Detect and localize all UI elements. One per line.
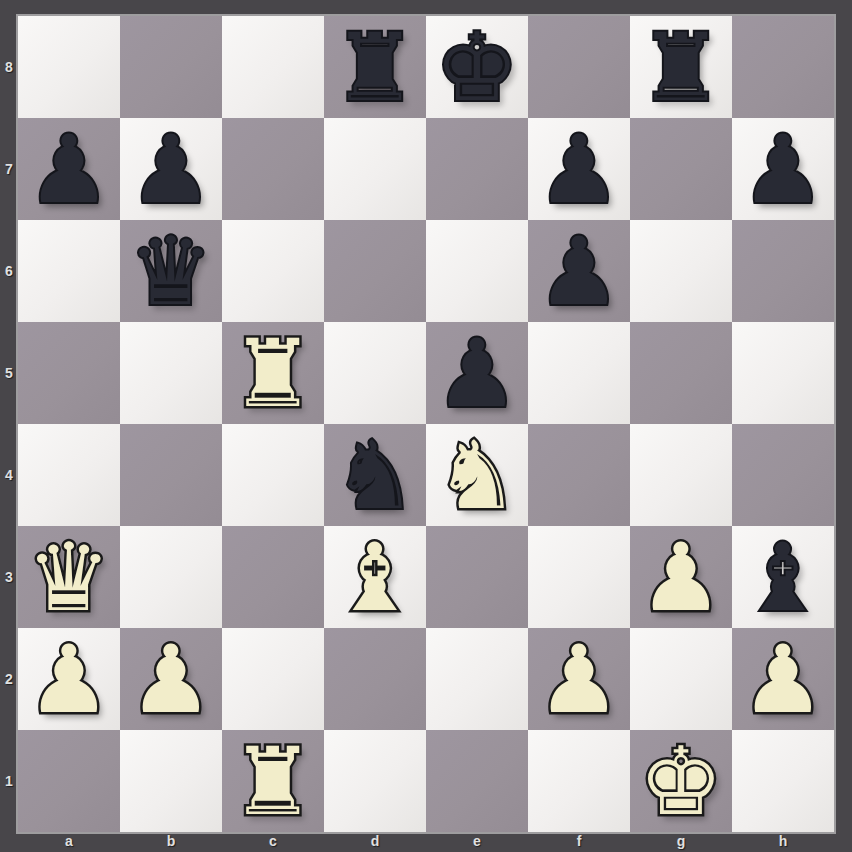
square-g8[interactable]: ♜︎♜︎: [630, 16, 732, 118]
square-g1[interactable]: ♚︎♚︎: [630, 730, 732, 832]
white-pawn-icon[interactable]: ♟︎♟︎: [630, 526, 732, 628]
square-c1[interactable]: ♜︎♜︎: [222, 730, 324, 832]
white-queen-icon[interactable]: ♛︎♛︎: [18, 526, 120, 628]
square-f7[interactable]: ♟︎♟︎: [528, 118, 630, 220]
black-pawn-icon[interactable]: ♟︎♟︎: [426, 322, 528, 424]
black-king-icon[interactable]: ♚︎♚︎: [426, 16, 528, 118]
square-a1[interactable]: [18, 730, 120, 832]
white-pawn-glyph-stroke: ♟︎: [732, 628, 834, 730]
square-f3[interactable]: [528, 526, 630, 628]
square-d6[interactable]: [324, 220, 426, 322]
rank-label-2: 2: [0, 628, 18, 730]
file-label-a: a: [18, 832, 120, 852]
black-pawn-glyph-stroke: ♟︎: [120, 118, 222, 220]
rank-label-8: 8: [0, 16, 18, 118]
rank-label-6: 6: [0, 220, 18, 322]
square-c8[interactable]: [222, 16, 324, 118]
square-e1[interactable]: [426, 730, 528, 832]
square-h3[interactable]: ♝︎♝︎: [732, 526, 834, 628]
white-pawn-glyph-fill: ♟︎: [120, 628, 222, 730]
square-f1[interactable]: [528, 730, 630, 832]
square-b3[interactable]: [120, 526, 222, 628]
square-d5[interactable]: [324, 322, 426, 424]
white-pawn-glyph-fill: ♟︎: [18, 628, 120, 730]
white-pawn-icon[interactable]: ♟︎♟︎: [18, 628, 120, 730]
square-g6[interactable]: [630, 220, 732, 322]
black-pawn-glyph-stroke: ♟︎: [732, 118, 834, 220]
white-pawn-icon[interactable]: ♟︎♟︎: [120, 628, 222, 730]
white-king-glyph-stroke: ♚︎: [630, 730, 732, 832]
rank-label-3: 3: [0, 526, 18, 628]
black-pawn-icon[interactable]: ♟︎♟︎: [528, 118, 630, 220]
black-knight-glyph-fill: ♞︎: [324, 424, 426, 526]
black-rook-glyph-fill: ♜︎: [324, 16, 426, 118]
square-h7[interactable]: ♟︎♟︎: [732, 118, 834, 220]
black-pawn-glyph-fill: ♟︎: [426, 322, 528, 424]
square-b4[interactable]: [120, 424, 222, 526]
file-label-g: g: [630, 832, 732, 852]
file-label-e: e: [426, 832, 528, 852]
rank-label-7: 7: [0, 118, 18, 220]
white-rook-glyph-fill: ♜︎: [222, 730, 324, 832]
white-rook-glyph-stroke: ♜︎: [222, 730, 324, 832]
black-pawn-glyph-fill: ♟︎: [18, 118, 120, 220]
square-b2[interactable]: ♟︎♟︎: [120, 628, 222, 730]
white-knight-glyph-fill: ♞︎: [426, 424, 528, 526]
white-rook-glyph-stroke: ♜︎: [222, 322, 324, 424]
white-queen-glyph-fill: ♛︎: [18, 526, 120, 628]
square-f4[interactable]: [528, 424, 630, 526]
black-pawn-icon[interactable]: ♟︎♟︎: [18, 118, 120, 220]
square-f2[interactable]: ♟︎♟︎: [528, 628, 630, 730]
square-c3[interactable]: [222, 526, 324, 628]
rank-label-4: 4: [0, 424, 18, 526]
white-king-glyph-fill: ♚︎: [630, 730, 732, 832]
square-g2[interactable]: [630, 628, 732, 730]
black-queen-glyph-stroke: ♛︎: [120, 220, 222, 322]
white-knight-glyph-stroke: ♞︎: [426, 424, 528, 526]
square-e7[interactable]: [426, 118, 528, 220]
white-pawn-glyph-fill: ♟︎: [732, 628, 834, 730]
square-e4[interactable]: ♞︎♞︎: [426, 424, 528, 526]
black-rook-glyph-fill: ♜︎: [630, 16, 732, 118]
black-rook-glyph-stroke: ♜︎: [324, 16, 426, 118]
square-a5[interactable]: [18, 322, 120, 424]
square-e5[interactable]: ♟︎♟︎: [426, 322, 528, 424]
chess-board: ♜︎♜︎♚︎♚︎♜︎♜︎♟︎♟︎♟︎♟︎♟︎♟︎♟︎♟︎♛︎♛︎♟︎♟︎♜︎♜︎…: [18, 16, 834, 832]
square-h2[interactable]: ♟︎♟︎: [732, 628, 834, 730]
black-pawn-glyph-stroke: ♟︎: [528, 220, 630, 322]
square-d1[interactable]: [324, 730, 426, 832]
square-c7[interactable]: [222, 118, 324, 220]
white-pawn-glyph-stroke: ♟︎: [528, 628, 630, 730]
square-f8[interactable]: [528, 16, 630, 118]
square-h6[interactable]: [732, 220, 834, 322]
square-g4[interactable]: [630, 424, 732, 526]
black-queen-icon[interactable]: ♛︎♛︎: [120, 220, 222, 322]
square-a3[interactable]: ♛︎♛︎: [18, 526, 120, 628]
square-b6[interactable]: ♛︎♛︎: [120, 220, 222, 322]
chess-board-window: ♜︎♜︎♚︎♚︎♜︎♜︎♟︎♟︎♟︎♟︎♟︎♟︎♟︎♟︎♛︎♛︎♟︎♟︎♜︎♜︎…: [0, 0, 852, 852]
square-a8[interactable]: [18, 16, 120, 118]
square-h4[interactable]: [732, 424, 834, 526]
file-label-d: d: [324, 832, 426, 852]
black-pawn-glyph-fill: ♟︎: [528, 118, 630, 220]
white-pawn-icon[interactable]: ♟︎♟︎: [528, 628, 630, 730]
file-label-h: h: [732, 832, 834, 852]
square-f6[interactable]: ♟︎♟︎: [528, 220, 630, 322]
black-king-glyph-stroke: ♚︎: [426, 16, 528, 118]
white-rook-icon[interactable]: ♜︎♜︎: [222, 730, 324, 832]
black-bishop-glyph-fill: ♝︎: [732, 526, 834, 628]
square-h8[interactable]: [732, 16, 834, 118]
rank-label-1: 1: [0, 730, 18, 832]
file-label-c: c: [222, 832, 324, 852]
square-e8[interactable]: ♚︎♚︎: [426, 16, 528, 118]
square-d7[interactable]: [324, 118, 426, 220]
square-e6[interactable]: [426, 220, 528, 322]
square-g3[interactable]: ♟︎♟︎: [630, 526, 732, 628]
square-b5[interactable]: [120, 322, 222, 424]
white-rook-icon[interactable]: ♜︎♜︎: [222, 322, 324, 424]
black-bishop-glyph-stroke: ♝︎: [732, 526, 834, 628]
black-knight-glyph-stroke: ♞︎: [324, 424, 426, 526]
black-knight-icon[interactable]: ♞︎♞︎: [324, 424, 426, 526]
black-pawn-glyph-fill: ♟︎: [120, 118, 222, 220]
square-g7[interactable]: [630, 118, 732, 220]
black-pawn-glyph-stroke: ♟︎: [528, 118, 630, 220]
square-c6[interactable]: [222, 220, 324, 322]
square-d8[interactable]: ♜︎♜︎: [324, 16, 426, 118]
white-pawn-glyph-stroke: ♟︎: [120, 628, 222, 730]
white-pawn-glyph-stroke: ♟︎: [18, 628, 120, 730]
square-c5[interactable]: ♜︎♜︎: [222, 322, 324, 424]
white-knight-icon[interactable]: ♞︎♞︎: [426, 424, 528, 526]
black-pawn-glyph-fill: ♟︎: [732, 118, 834, 220]
square-d3[interactable]: ♝︎♝︎: [324, 526, 426, 628]
black-pawn-icon[interactable]: ♟︎♟︎: [732, 118, 834, 220]
black-king-glyph-fill: ♚︎: [426, 16, 528, 118]
square-c4[interactable]: [222, 424, 324, 526]
square-e2[interactable]: [426, 628, 528, 730]
square-e3[interactable]: [426, 526, 528, 628]
square-f5[interactable]: [528, 322, 630, 424]
square-g5[interactable]: [630, 322, 732, 424]
black-rook-icon[interactable]: ♜︎♜︎: [324, 16, 426, 118]
square-h1[interactable]: [732, 730, 834, 832]
black-pawn-glyph-stroke: ♟︎: [18, 118, 120, 220]
white-pawn-glyph-fill: ♟︎: [528, 628, 630, 730]
file-label-f: f: [528, 832, 630, 852]
square-d2[interactable]: [324, 628, 426, 730]
black-pawn-glyph-stroke: ♟︎: [426, 322, 528, 424]
white-bishop-glyph-fill: ♝︎: [324, 526, 426, 628]
white-pawn-icon[interactable]: ♟︎♟︎: [732, 628, 834, 730]
white-pawn-glyph-stroke: ♟︎: [630, 526, 732, 628]
black-pawn-icon[interactable]: ♟︎♟︎: [528, 220, 630, 322]
black-pawn-glyph-fill: ♟︎: [528, 220, 630, 322]
square-a6[interactable]: [18, 220, 120, 322]
black-queen-glyph-fill: ♛︎: [120, 220, 222, 322]
square-d4[interactable]: ♞︎♞︎: [324, 424, 426, 526]
white-rook-glyph-fill: ♜︎: [222, 322, 324, 424]
black-pawn-icon[interactable]: ♟︎♟︎: [120, 118, 222, 220]
white-pawn-glyph-fill: ♟︎: [630, 526, 732, 628]
square-a2[interactable]: ♟︎♟︎: [18, 628, 120, 730]
square-b7[interactable]: ♟︎♟︎: [120, 118, 222, 220]
square-b8[interactable]: [120, 16, 222, 118]
black-rook-glyph-stroke: ♜︎: [630, 16, 732, 118]
black-bishop-icon[interactable]: ♝︎♝︎: [732, 526, 834, 628]
white-queen-glyph-stroke: ♛︎: [18, 526, 120, 628]
white-bishop-icon[interactable]: ♝︎♝︎: [324, 526, 426, 628]
square-a4[interactable]: [18, 424, 120, 526]
square-a7[interactable]: ♟︎♟︎: [18, 118, 120, 220]
white-bishop-glyph-stroke: ♝︎: [324, 526, 426, 628]
white-king-icon[interactable]: ♚︎♚︎: [630, 730, 732, 832]
square-c2[interactable]: [222, 628, 324, 730]
square-b1[interactable]: [120, 730, 222, 832]
rank-label-5: 5: [0, 322, 18, 424]
square-h5[interactable]: [732, 322, 834, 424]
file-label-b: b: [120, 832, 222, 852]
black-rook-icon[interactable]: ♜︎♜︎: [630, 16, 732, 118]
